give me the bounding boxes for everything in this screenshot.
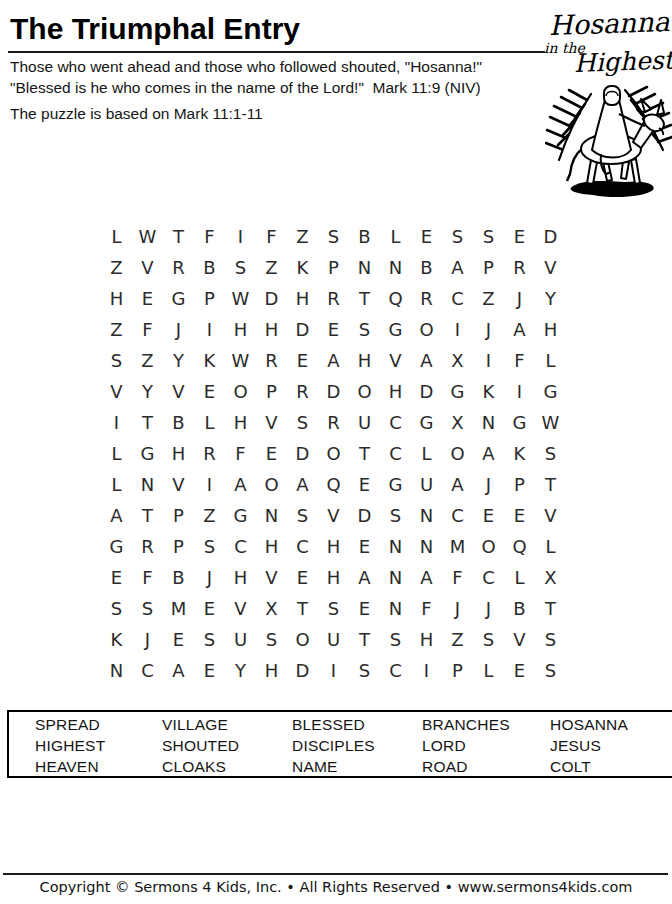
grid-cell[interactable]: H [256,314,287,345]
word-list-item: JESUS [550,735,672,756]
grid-cell[interactable]: E [473,500,504,531]
grid-cell[interactable]: E [411,221,442,252]
grid-cell[interactable]: E [194,376,225,407]
grid-cell[interactable]: E [504,221,535,252]
grid-cell[interactable]: K [504,438,535,469]
grid-cell[interactable]: T [132,500,163,531]
grid-cell[interactable]: V [535,252,566,283]
grid-cell[interactable]: I [442,314,473,345]
grid-cell[interactable]: O [411,314,442,345]
jesus-donkey-illustration [545,84,672,202]
grid-cell[interactable]: T [349,438,380,469]
grid-cell[interactable]: F [132,562,163,593]
grid-cell[interactable]: C [442,500,473,531]
grid-cell[interactable]: I [225,221,256,252]
grid-cell[interactable]: F [132,314,163,345]
grid-cell[interactable]: A [318,345,349,376]
grid-cell[interactable]: F [225,438,256,469]
grid-cell[interactable]: E [163,624,194,655]
word-list-item: LORD [422,735,550,756]
word-list-item: BLESSED [292,714,422,735]
grid-cell[interactable]: N [256,500,287,531]
grid-cell[interactable]: Z [194,500,225,531]
grid-cell[interactable]: S [349,655,380,686]
grid-cell[interactable]: S [101,593,132,624]
grid-cell[interactable]: E [194,655,225,686]
grid-cell[interactable]: L [101,469,132,500]
grid-cell[interactable]: P [163,531,194,562]
grid-cell[interactable]: H [225,314,256,345]
grid-cell[interactable]: S [225,252,256,283]
grid-cell[interactable]: K [194,345,225,376]
grid-cell[interactable]: H [349,345,380,376]
grid-cell[interactable]: U [225,624,256,655]
grid-cell[interactable]: N [411,531,442,562]
grid-cell[interactable]: Z [473,283,504,314]
grid-cell[interactable]: H [256,531,287,562]
grid-cell[interactable]: T [287,593,318,624]
grid-cell[interactable]: P [318,252,349,283]
grid-cell[interactable]: H [101,283,132,314]
grid-cell[interactable]: E [349,469,380,500]
grid-cell[interactable]: F [411,593,442,624]
grid-cell[interactable]: E [194,593,225,624]
grid-cell[interactable]: O [442,438,473,469]
grid-cell[interactable]: J [163,314,194,345]
grid-cell[interactable]: E [101,562,132,593]
grid-cell[interactable]: V [535,500,566,531]
grid-cell[interactable]: V [101,376,132,407]
grid-cell[interactable]: K [101,624,132,655]
word-list-item: COLT [550,756,672,777]
grid-cell[interactable]: Z [256,252,287,283]
grid-cell[interactable]: T [349,624,380,655]
grid-cell[interactable]: V [225,593,256,624]
word-list-item: HIGHEST [35,735,162,756]
grid-cell[interactable]: G [380,469,411,500]
grid-cell[interactable]: E [287,345,318,376]
grid-cell[interactable]: J [473,593,504,624]
grid-cell[interactable]: R [256,345,287,376]
grid-cell[interactable]: G [132,438,163,469]
grid-cell[interactable]: V [256,407,287,438]
grid-cell[interactable]: B [349,221,380,252]
grid-cell[interactable]: L [101,438,132,469]
grid-cell[interactable]: T [132,407,163,438]
grid-cell[interactable]: T [535,469,566,500]
grid-cell[interactable]: Z [101,252,132,283]
grid-cell[interactable]: X [442,407,473,438]
grid-cell[interactable]: S [318,221,349,252]
grid-cell[interactable]: N [380,531,411,562]
grid-cell[interactable]: G [535,376,566,407]
grid-cell[interactable]: A [504,314,535,345]
grid-cell[interactable]: E [504,655,535,686]
grid-cell[interactable]: X [256,593,287,624]
grid-cell[interactable]: L [535,345,566,376]
grid-cell[interactable]: N [132,469,163,500]
grid-cell[interactable]: L [380,221,411,252]
grid-cell[interactable]: K [287,252,318,283]
grid-cell[interactable]: A [349,562,380,593]
grid-cell[interactable]: E [256,438,287,469]
grid-cell[interactable]: Y [535,283,566,314]
logo-text-hosanna: Hosanna [548,6,670,41]
word-list-item: HOSANNA [550,714,672,735]
grid-cell[interactable]: P [473,252,504,283]
word-list: SPREADVILLAGEBLESSEDBRANCHESHOSANNAHIGHE… [7,710,672,778]
grid-cell[interactable]: S [132,593,163,624]
grid-cell[interactable]: S [194,531,225,562]
grid-cell[interactable]: I [504,376,535,407]
grid-cell[interactable]: N [473,407,504,438]
grid-cell[interactable]: V [163,469,194,500]
grid-cell[interactable]: C [132,655,163,686]
grid-cell[interactable]: C [380,655,411,686]
grid-cell[interactable]: G [442,376,473,407]
grid-cell[interactable]: Z [287,221,318,252]
grid-cell[interactable]: I [101,407,132,438]
grid-cell[interactable]: M [163,593,194,624]
grid-cell[interactable]: D [256,283,287,314]
grid-cell[interactable]: J [473,469,504,500]
grid-cell[interactable]: D [349,500,380,531]
grid-cell[interactable]: Y [163,345,194,376]
grid-cell[interactable]: W [132,221,163,252]
grid-cell[interactable]: E [132,283,163,314]
word-list-item: ROAD [422,756,550,777]
grid-cell[interactable]: S [535,655,566,686]
grid-cell[interactable]: G [163,283,194,314]
grid-cell[interactable]: S [442,221,473,252]
grid-cell[interactable]: H [535,314,566,345]
grid-cell[interactable]: H [287,283,318,314]
grid-cell[interactable]: C [225,531,256,562]
title-underline [8,51,545,53]
grid-cell[interactable]: E [504,500,535,531]
grid-cell[interactable]: S [535,438,566,469]
grid-cell[interactable]: H [225,407,256,438]
grid-cell[interactable]: R [287,376,318,407]
grid-cell[interactable]: U [411,469,442,500]
grid-cell[interactable]: H [318,531,349,562]
grid-cell[interactable]: E [318,314,349,345]
grid-cell[interactable]: Z [101,314,132,345]
grid-cell[interactable]: F [442,562,473,593]
grid-cell[interactable]: H [163,438,194,469]
grid-cell[interactable]: G [225,500,256,531]
word-list-item: SPREAD [35,714,162,735]
grid-cell[interactable]: J [132,624,163,655]
grid-cell[interactable]: I [194,469,225,500]
word-list-item: BRANCHES [422,714,550,735]
grid-cell[interactable]: V [163,376,194,407]
grid-cell[interactable]: O [287,624,318,655]
grid-cell[interactable]: R [194,438,225,469]
grid-cell[interactable]: P [442,655,473,686]
grid-cell[interactable]: C [442,283,473,314]
puzzle-source-line: The puzzle is based on Mark 11:1-11 [10,105,263,123]
grid-cell[interactable]: I [318,655,349,686]
grid-cell[interactable]: J [442,593,473,624]
grid-cell[interactable]: A [442,252,473,283]
grid-cell[interactable]: F [194,221,225,252]
grid-cell[interactable]: H [225,562,256,593]
grid-cell[interactable]: B [504,593,535,624]
footer-rule [3,873,668,875]
grid-cell[interactable]: A [411,345,442,376]
grid-cell[interactable]: P [194,283,225,314]
grid-cell[interactable]: F [504,345,535,376]
grid-cell[interactable]: S [535,624,566,655]
grid-cell[interactable]: O [225,376,256,407]
grid-cell[interactable]: Y [132,376,163,407]
grid-cell[interactable]: L [101,221,132,252]
grid-cell[interactable]: C [473,562,504,593]
grid-cell[interactable]: N [380,593,411,624]
grid-cell[interactable]: F [256,221,287,252]
grid-cell[interactable]: G [411,407,442,438]
grid-cell[interactable]: D [287,438,318,469]
grid-cell[interactable]: E [349,531,380,562]
word-list-item: CLOAKS [162,756,292,777]
grid-cell[interactable]: T [163,221,194,252]
grid-cell[interactable]: D [411,376,442,407]
grid-cell[interactable]: I [194,314,225,345]
grid-cell[interactable]: V [256,562,287,593]
grid-cell[interactable]: A [163,655,194,686]
grid-cell[interactable]: P [256,376,287,407]
grid-cell[interactable]: V [132,252,163,283]
grid-cell[interactable]: T [349,283,380,314]
grid-cell[interactable]: T [535,593,566,624]
grid-cell[interactable]: N [349,252,380,283]
grid-cell[interactable]: A [473,438,504,469]
grid-cell[interactable]: G [380,314,411,345]
shadow-shape [571,181,654,197]
grid-cell[interactable]: A [225,469,256,500]
grid-cell[interactable]: R [318,407,349,438]
grid-cell[interactable]: A [287,469,318,500]
copyright-line: Copyright © Sermons 4 Kids, Inc. • All R… [0,879,672,895]
grid-cell[interactable]: D [318,376,349,407]
grid-cell[interactable]: Z [442,624,473,655]
grid-cell[interactable]: S [349,314,380,345]
grid-cell[interactable]: M [442,531,473,562]
scripture-quote-line1: Those who went ahead and those who follo… [10,58,482,76]
grid-cell[interactable]: J [504,283,535,314]
grid-cell[interactable]: G [504,407,535,438]
grid-cell[interactable]: Q [504,531,535,562]
grid-cell[interactable]: Q [380,283,411,314]
word-list-item: NAME [292,756,422,777]
grid-cell[interactable]: J [473,314,504,345]
grid-cell[interactable]: S [380,500,411,531]
grid-cell[interactable]: A [442,469,473,500]
grid-cell[interactable]: P [504,469,535,500]
grid-cell[interactable]: H [318,562,349,593]
grid-cell[interactable]: L [504,562,535,593]
grid-cell[interactable]: Q [318,469,349,500]
grid-cell[interactable]: V [504,624,535,655]
grid-cell[interactable]: V [380,345,411,376]
grid-cell[interactable]: O [256,469,287,500]
grid-cell[interactable]: N [380,562,411,593]
grid-cell[interactable]: L [535,531,566,562]
grid-cell[interactable]: S [287,407,318,438]
grid-cell[interactable]: U [349,407,380,438]
grid-cell[interactable]: N [101,655,132,686]
grid-cell[interactable]: S [194,624,225,655]
grid-cell[interactable]: C [380,438,411,469]
word-list-item: DISCIPLES [292,735,422,756]
grid-cell[interactable]: D [535,221,566,252]
grid-cell[interactable]: S [318,593,349,624]
grid-cell[interactable]: X [535,562,566,593]
grid-cell[interactable]: S [473,221,504,252]
word-list-item: SHOUTED [162,735,292,756]
grid-cell[interactable]: N [380,252,411,283]
grid-cell[interactable]: U [318,624,349,655]
grid-cell[interactable]: A [411,562,442,593]
grid-cell[interactable]: B [194,252,225,283]
grid-cell[interactable]: S [287,500,318,531]
grid-cell[interactable]: C [287,531,318,562]
grid-cell[interactable]: R [163,252,194,283]
grid-cell[interactable]: E [287,562,318,593]
grid-cell[interactable]: B [411,252,442,283]
worksheet-page: The Triumphal Entry Those who went ahead… [0,0,672,904]
grid-cell[interactable]: N [411,500,442,531]
grid-cell[interactable]: H [256,655,287,686]
logo-text-highest: Highest! [574,45,672,78]
grid-cell[interactable]: D [287,314,318,345]
word-list-item: HEAVEN [35,756,162,777]
grid-cell[interactable]: W [225,283,256,314]
grid-cell[interactable]: W [225,345,256,376]
grid-cell[interactable]: C [380,407,411,438]
scripture-quote-line2: "Blessed is he who comes in the name of … [10,79,481,97]
grid-cell[interactable]: R [132,531,163,562]
grid-cell[interactable]: S [256,624,287,655]
grid-cell[interactable]: Y [225,655,256,686]
grid-cell[interactable]: S [101,345,132,376]
grid-cell[interactable]: R [504,252,535,283]
grid-cell[interactable]: P [163,500,194,531]
grid-cell[interactable]: V [318,500,349,531]
grid-cell[interactable]: O [318,438,349,469]
grid-cell[interactable]: A [101,500,132,531]
grid-cell[interactable]: R [411,283,442,314]
grid-cell[interactable]: O [349,376,380,407]
word-list-item: VILLAGE [162,714,292,735]
grid-cell[interactable]: Z [132,345,163,376]
grid-cell[interactable]: L [411,438,442,469]
page-title: The Triumphal Entry [10,12,300,46]
grid-cell[interactable]: H [380,376,411,407]
grid-cell[interactable]: J [194,562,225,593]
grid-cell[interactable]: H [411,624,442,655]
grid-cell[interactable]: I [411,655,442,686]
grid-cell[interactable]: D [287,655,318,686]
grid-cell[interactable]: R [318,283,349,314]
grid-cell[interactable]: O [473,531,504,562]
grid-cell[interactable]: K [473,376,504,407]
word-search-grid: LWTFIFZSBLESSEDZVRBSZKPNNBAPRVHEGPWDHRTQ… [101,221,566,686]
grid-cell[interactable]: B [163,562,194,593]
grid-cell[interactable]: E [349,593,380,624]
grid-cell[interactable]: B [163,407,194,438]
grid-cell[interactable]: X [442,345,473,376]
grid-cell[interactable]: I [473,345,504,376]
grid-cell[interactable]: L [194,407,225,438]
grid-cell[interactable]: G [101,531,132,562]
grid-cell[interactable]: S [473,624,504,655]
grid-cell[interactable]: W [535,407,566,438]
grid-cell[interactable]: L [473,655,504,686]
grid-cell[interactable]: S [380,624,411,655]
